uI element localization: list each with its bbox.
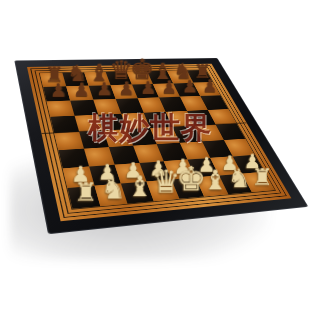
square-a4[interactable] — [54, 132, 84, 151]
square-d7[interactable]: ♟ — [111, 85, 138, 99]
black-pawn[interactable]: ♟ — [140, 79, 156, 97]
square-b7[interactable]: ♟ — [66, 86, 93, 101]
black-pawn[interactable]: ♟ — [73, 81, 90, 100]
square-c7[interactable]: ♟ — [89, 85, 116, 100]
white-rook[interactable]: ♜ — [252, 166, 273, 190]
black-pawn[interactable]: ♟ — [161, 78, 177, 96]
white-knight[interactable]: ♞ — [101, 175, 126, 203]
chess-set-photo: ♜♞♝♛♚♝♞♜♟♟♟♟♟♟♟♟♟♟♟♟♟♟♟♟♜♞♝♛♚♝♞♜ 棋妙世界 — [0, 0, 310, 310]
white-bishop[interactable]: ♝ — [127, 172, 153, 201]
black-pawn[interactable]: ♟ — [182, 78, 198, 95]
square-e7[interactable]: ♟ — [132, 84, 159, 98]
square-a7[interactable]: ♟ — [43, 86, 70, 101]
chess-board: ♜♞♝♛♚♝♞♜♟♟♟♟♟♟♟♟♟♟♟♟♟♟♟♟♜♞♝♛♚♝♞♜ — [14, 58, 308, 234]
black-pawn[interactable]: ♟ — [202, 77, 217, 94]
square-b1[interactable]: ♞ — [95, 184, 128, 207]
white-rook[interactable]: ♜ — [74, 180, 97, 206]
board-border: ♜♞♝♛♚♝♞♜♟♟♟♟♟♟♟♟♟♟♟♟♟♟♟♟♜♞♝♛♚♝♞♜ — [27, 64, 291, 221]
black-pawn[interactable]: ♟ — [50, 81, 67, 100]
board-frame: ♜♞♝♛♚♝♞♜♟♟♟♟♟♟♟♟♟♟♟♟♟♟♟♟♜♞♝♛♚♝♞♜ — [14, 58, 308, 234]
white-knight[interactable]: ♞ — [228, 166, 251, 192]
black-pawn[interactable]: ♟ — [96, 80, 112, 98]
square-a1[interactable]: ♜ — [67, 186, 100, 209]
square-d6[interactable] — [116, 98, 144, 113]
white-king[interactable]: ♚ — [176, 163, 206, 196]
white-bishop[interactable]: ♝ — [203, 166, 228, 194]
white-queen[interactable]: ♛ — [152, 167, 180, 199]
square-a6[interactable] — [47, 101, 75, 117]
black-pawn[interactable]: ♟ — [118, 79, 134, 97]
board-grid: ♜♞♝♛♚♝♞♜♟♟♟♟♟♟♟♟♟♟♟♟♟♟♟♟♜♞♝♛♚♝♞♜ — [40, 70, 275, 209]
